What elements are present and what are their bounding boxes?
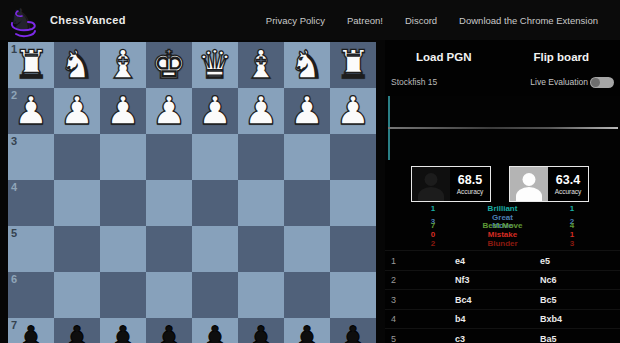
- move-classification-table: 1Brilliant13Great Move27Best Move40Mista…: [385, 205, 620, 248]
- square[interactable]: [238, 226, 284, 272]
- square[interactable]: [54, 272, 100, 318]
- classification-count-left: 1: [385, 205, 481, 214]
- square[interactable]: [54, 134, 100, 180]
- square[interactable]: [192, 180, 238, 226]
- classification-count-left: 2: [385, 240, 481, 249]
- site-title: ChessVanced: [50, 14, 126, 26]
- chess-piece[interactable]: ♜: [330, 42, 376, 88]
- panel-toolbar: Load PGN Flip board: [385, 40, 620, 74]
- square[interactable]: [192, 226, 238, 272]
- chess-board[interactable]: 1♜♞♝♚♛♝♞♜2♟♟♟♟♟♟♟♟34567♟♟♟♟♟♟♟♟8♜♞♝♚♛♝♞♜: [8, 42, 376, 343]
- square[interactable]: ♟: [330, 318, 376, 343]
- square[interactable]: [284, 180, 330, 226]
- square[interactable]: [192, 272, 238, 318]
- square[interactable]: 2♟: [8, 88, 54, 134]
- chess-piece[interactable]: ♟: [330, 318, 376, 343]
- black-move[interactable]: Bc5: [540, 295, 620, 305]
- rank-label: 5: [11, 227, 17, 239]
- square[interactable]: [146, 180, 192, 226]
- chess-piece[interactable]: ♟: [146, 318, 192, 343]
- white-move[interactable]: c3: [455, 334, 540, 343]
- white-accuracy-value: 63.4: [556, 174, 580, 187]
- chess-piece[interactable]: ♟: [238, 318, 284, 343]
- chess-piece[interactable]: ♟: [54, 88, 100, 134]
- engine-row: Stockfish 15 Live Evaluation: [385, 74, 620, 90]
- chess-piece[interactable]: ♞: [284, 42, 330, 88]
- chess-piece[interactable]: ♟: [284, 318, 330, 343]
- evaluation-graph[interactable]: [385, 96, 620, 160]
- square[interactable]: ♝: [238, 42, 284, 88]
- move-row: 3Bc4Bc5: [385, 289, 620, 309]
- chess-piece[interactable]: ♝: [238, 42, 284, 88]
- black-move[interactable]: e5: [540, 256, 620, 266]
- square[interactable]: [146, 134, 192, 180]
- live-evaluation-label: Live Evaluation: [530, 77, 588, 87]
- white-move[interactable]: Nf3: [455, 275, 540, 285]
- black-accuracy-value: 68.5: [458, 174, 482, 187]
- square[interactable]: [54, 180, 100, 226]
- square[interactable]: ♟: [238, 88, 284, 134]
- square[interactable]: ♝: [100, 42, 146, 88]
- square[interactable]: ♚: [146, 42, 192, 88]
- square[interactable]: [284, 134, 330, 180]
- move-number: 4: [385, 314, 455, 324]
- square[interactable]: 5: [8, 226, 54, 272]
- chessvanced-logo[interactable]: ♞: [8, 5, 38, 39]
- square[interactable]: [146, 272, 192, 318]
- black-move[interactable]: Nc6: [540, 275, 620, 285]
- square[interactable]: 1♜: [8, 42, 54, 88]
- move-number: 1: [385, 256, 455, 266]
- classification-row: 2Blunder3: [385, 240, 620, 249]
- chess-piece[interactable]: ♟: [54, 318, 100, 343]
- square[interactable]: 7♟: [8, 318, 54, 343]
- black-move[interactable]: Bxb4: [540, 314, 620, 324]
- classification-label: Blunder: [481, 240, 524, 249]
- square[interactable]: ♟: [284, 318, 330, 343]
- square[interactable]: 6: [8, 272, 54, 318]
- square[interactable]: [100, 134, 146, 180]
- square[interactable]: 4: [8, 180, 54, 226]
- toggle-knob: [591, 78, 600, 87]
- square[interactable]: [330, 272, 376, 318]
- square[interactable]: ♟: [100, 88, 146, 134]
- white-move[interactable]: Bc4: [455, 295, 540, 305]
- square[interactable]: [330, 134, 376, 180]
- square[interactable]: ♞: [54, 42, 100, 88]
- square[interactable]: [238, 272, 284, 318]
- square[interactable]: [238, 180, 284, 226]
- move-row: 5c3Ba5: [385, 328, 620, 343]
- square[interactable]: [100, 226, 146, 272]
- nav-links: Privacy Policy Patreon! Discord Download…: [266, 15, 620, 26]
- move-row: 2Nf3Nc6: [385, 270, 620, 290]
- square[interactable]: ♟: [284, 88, 330, 134]
- chess-piece[interactable]: ♟: [100, 88, 146, 134]
- move-number: 5: [385, 334, 455, 343]
- nav-patreon[interactable]: Patreon!: [347, 15, 383, 26]
- black-accuracy-label: Accuracy: [457, 188, 484, 195]
- square[interactable]: [100, 180, 146, 226]
- chess-piece[interactable]: ♟: [330, 88, 376, 134]
- square[interactable]: [100, 272, 146, 318]
- eval-zero-line: [388, 127, 618, 129]
- rank-label: 7: [11, 319, 17, 331]
- nav-download-extension[interactable]: Download the Chrome Extension: [459, 15, 598, 26]
- black-player-accuracy-card: 68.5 Accuracy: [411, 166, 491, 202]
- square[interactable]: ♟: [146, 88, 192, 134]
- nav-discord[interactable]: Discord: [405, 15, 437, 26]
- square[interactable]: ♟: [192, 88, 238, 134]
- square[interactable]: [284, 226, 330, 272]
- square[interactable]: 3: [8, 134, 54, 180]
- square[interactable]: [284, 272, 330, 318]
- white-player-avatar: [510, 167, 548, 201]
- move-row: 1e4e5: [385, 250, 620, 270]
- chess-piece[interactable]: ♟: [146, 88, 192, 134]
- chessvanced-app: ♞ ChessVanced Privacy Policy Patreon! Di…: [0, 0, 620, 343]
- chess-piece[interactable]: ♟: [284, 88, 330, 134]
- white-accuracy-label: Accuracy: [555, 188, 582, 195]
- classification-count-right: 3: [524, 240, 620, 249]
- analysis-panel: Load PGN Flip board Stockfish 15 Live Ev…: [385, 40, 620, 343]
- rank-label: 3: [11, 135, 17, 147]
- chess-piece[interactable]: ♟: [192, 318, 238, 343]
- engine-name: Stockfish 15: [391, 77, 437, 87]
- square[interactable]: [146, 226, 192, 272]
- load-pgn-button[interactable]: Load PGN: [385, 50, 503, 64]
- square[interactable]: [192, 134, 238, 180]
- purple-swirl-icon: [8, 5, 38, 39]
- move-list: 1e4e52Nf3Nc63Bc4Bc54b4Bxb45c3Ba56: [385, 250, 620, 343]
- move-row: 4b4Bxb4: [385, 309, 620, 329]
- rank-label: 2: [11, 89, 17, 101]
- square[interactable]: ♟: [330, 88, 376, 134]
- flip-board-button[interactable]: Flip board: [503, 50, 620, 64]
- move-number: 3: [385, 295, 455, 305]
- accuracy-cards: 68.5 Accuracy 63.4 Accuracy: [385, 166, 620, 202]
- classification-count-right: 1: [524, 205, 620, 214]
- square[interactable]: ♟: [238, 318, 284, 343]
- square[interactable]: [330, 226, 376, 272]
- black-move[interactable]: Ba5: [540, 334, 620, 343]
- rank-label: 4: [11, 181, 17, 193]
- chess-piece[interactable]: ♟: [100, 318, 146, 343]
- rank-label: 6: [11, 273, 17, 285]
- live-evaluation-toggle[interactable]: [590, 77, 614, 88]
- board-grid: 1♜♞♝♚♛♝♞♜2♟♟♟♟♟♟♟♟34567♟♟♟♟♟♟♟♟8♜♞♝♚♛♝♞♜: [8, 42, 376, 343]
- white-move[interactable]: b4: [455, 314, 540, 324]
- rank-label: 1: [11, 43, 17, 55]
- square[interactable]: ♟: [100, 318, 146, 343]
- square[interactable]: ♟: [54, 88, 100, 134]
- white-move[interactable]: e4: [455, 256, 540, 266]
- chess-piece[interactable]: ♟: [238, 88, 284, 134]
- square[interactable]: ♟: [146, 318, 192, 343]
- square[interactable]: [54, 226, 100, 272]
- chess-piece[interactable]: ♛: [192, 42, 238, 88]
- nav-privacy-policy[interactable]: Privacy Policy: [266, 15, 325, 26]
- chess-piece[interactable]: ♟: [192, 88, 238, 134]
- white-player-accuracy-card: 63.4 Accuracy: [509, 166, 589, 202]
- move-number: 2: [385, 275, 455, 285]
- square[interactable]: ♛: [192, 42, 238, 88]
- black-player-avatar: [412, 167, 450, 201]
- square[interactable]: ♟: [192, 318, 238, 343]
- top-navbar: ♞ ChessVanced Privacy Policy Patreon! Di…: [0, 0, 620, 40]
- square[interactable]: [330, 180, 376, 226]
- square[interactable]: ♞: [284, 42, 330, 88]
- chess-piece[interactable]: ♝: [100, 42, 146, 88]
- square[interactable]: ♜: [330, 42, 376, 88]
- square[interactable]: ♟: [54, 318, 100, 343]
- chess-piece[interactable]: ♚: [146, 42, 192, 88]
- square[interactable]: [238, 134, 284, 180]
- live-evaluation-control: Live Evaluation: [530, 77, 614, 88]
- chess-piece[interactable]: ♞: [54, 42, 100, 88]
